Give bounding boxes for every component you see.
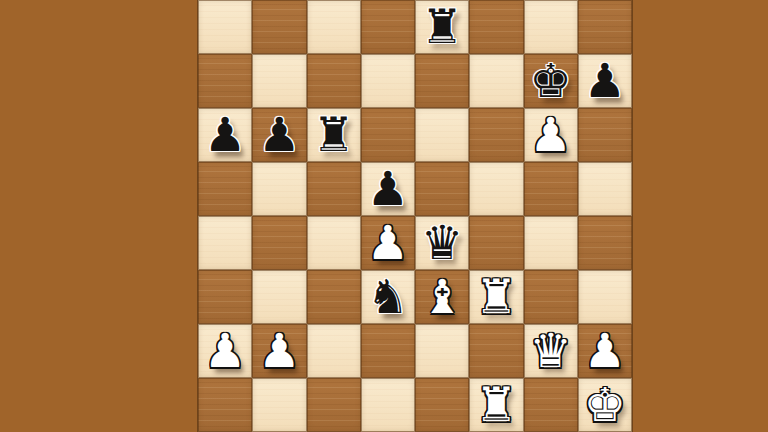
square-h1[interactable]: ♚ [578, 378, 632, 432]
square-c3[interactable] [307, 270, 361, 324]
square-e1[interactable] [415, 378, 469, 432]
square-b5[interactable] [252, 162, 306, 216]
square-a5[interactable] [198, 162, 252, 216]
piece-white-king[interactable]: ♚ [578, 378, 632, 432]
square-f4[interactable] [469, 216, 523, 270]
piece-white-bishop[interactable]: ♝ [415, 270, 469, 324]
square-h8[interactable] [578, 0, 632, 54]
square-c5[interactable] [307, 162, 361, 216]
square-b6[interactable]: ♟ [252, 108, 306, 162]
piece-black-pawn[interactable]: ♟ [198, 108, 252, 162]
square-a3[interactable] [198, 270, 252, 324]
square-g2[interactable]: ♛ [524, 324, 578, 378]
square-g1[interactable] [524, 378, 578, 432]
square-g5[interactable] [524, 162, 578, 216]
square-a4[interactable] [198, 216, 252, 270]
square-f2[interactable] [469, 324, 523, 378]
piece-black-pawn[interactable]: ♟ [578, 54, 632, 108]
square-c4[interactable] [307, 216, 361, 270]
piece-white-pawn[interactable]: ♟ [361, 216, 415, 270]
square-d8[interactable] [361, 0, 415, 54]
square-e7[interactable] [415, 54, 469, 108]
square-b7[interactable] [252, 54, 306, 108]
square-d2[interactable] [361, 324, 415, 378]
square-f3[interactable]: ♜ [469, 270, 523, 324]
square-g7[interactable]: ♚ [524, 54, 578, 108]
square-a6[interactable]: ♟ [198, 108, 252, 162]
square-g4[interactable] [524, 216, 578, 270]
piece-white-pawn[interactable]: ♟ [252, 324, 306, 378]
square-e3[interactable]: ♝ [415, 270, 469, 324]
square-a7[interactable] [198, 54, 252, 108]
square-h7[interactable]: ♟ [578, 54, 632, 108]
piece-white-queen[interactable]: ♛ [524, 324, 578, 378]
piece-black-queen[interactable]: ♛ [415, 216, 469, 270]
square-d1[interactable] [361, 378, 415, 432]
square-e4[interactable]: ♛ [415, 216, 469, 270]
square-d3[interactable]: ♞ [361, 270, 415, 324]
square-b3[interactable] [252, 270, 306, 324]
square-d7[interactable] [361, 54, 415, 108]
square-g6[interactable]: ♟ [524, 108, 578, 162]
square-g8[interactable] [524, 0, 578, 54]
square-f8[interactable] [469, 0, 523, 54]
square-a2[interactable]: ♟ [198, 324, 252, 378]
square-e6[interactable] [415, 108, 469, 162]
square-h3[interactable] [578, 270, 632, 324]
square-c1[interactable] [307, 378, 361, 432]
square-h4[interactable] [578, 216, 632, 270]
square-e2[interactable] [415, 324, 469, 378]
piece-white-rook[interactable]: ♜ [469, 378, 523, 432]
square-h6[interactable] [578, 108, 632, 162]
square-c6[interactable]: ♜ [307, 108, 361, 162]
piece-white-pawn[interactable]: ♟ [578, 324, 632, 378]
square-d5[interactable]: ♟ [361, 162, 415, 216]
square-b1[interactable] [252, 378, 306, 432]
piece-white-rook[interactable]: ♜ [469, 270, 523, 324]
piece-black-rook[interactable]: ♜ [307, 108, 361, 162]
square-e5[interactable] [415, 162, 469, 216]
piece-black-knight[interactable]: ♞ [361, 270, 415, 324]
square-a8[interactable] [198, 0, 252, 54]
chess-board: ♜♚♟♟♟♜♟♟♟♛♞♝♜♟♟♛♟♜♚ [198, 0, 632, 432]
square-b4[interactable] [252, 216, 306, 270]
piece-black-rook[interactable]: ♜ [415, 0, 469, 54]
piece-black-king[interactable]: ♚ [524, 54, 578, 108]
square-c7[interactable] [307, 54, 361, 108]
square-e8[interactable]: ♜ [415, 0, 469, 54]
square-f7[interactable] [469, 54, 523, 108]
square-c8[interactable] [307, 0, 361, 54]
square-h2[interactable]: ♟ [578, 324, 632, 378]
square-d4[interactable]: ♟ [361, 216, 415, 270]
square-f5[interactable] [469, 162, 523, 216]
piece-black-pawn[interactable]: ♟ [252, 108, 306, 162]
square-d6[interactable] [361, 108, 415, 162]
square-f1[interactable]: ♜ [469, 378, 523, 432]
piece-white-pawn[interactable]: ♟ [198, 324, 252, 378]
piece-black-pawn[interactable]: ♟ [361, 162, 415, 216]
square-a1[interactable] [198, 378, 252, 432]
square-c2[interactable] [307, 324, 361, 378]
square-b2[interactable]: ♟ [252, 324, 306, 378]
piece-white-pawn[interactable]: ♟ [524, 108, 578, 162]
square-b8[interactable] [252, 0, 306, 54]
square-g3[interactable] [524, 270, 578, 324]
square-h5[interactable] [578, 162, 632, 216]
square-f6[interactable] [469, 108, 523, 162]
